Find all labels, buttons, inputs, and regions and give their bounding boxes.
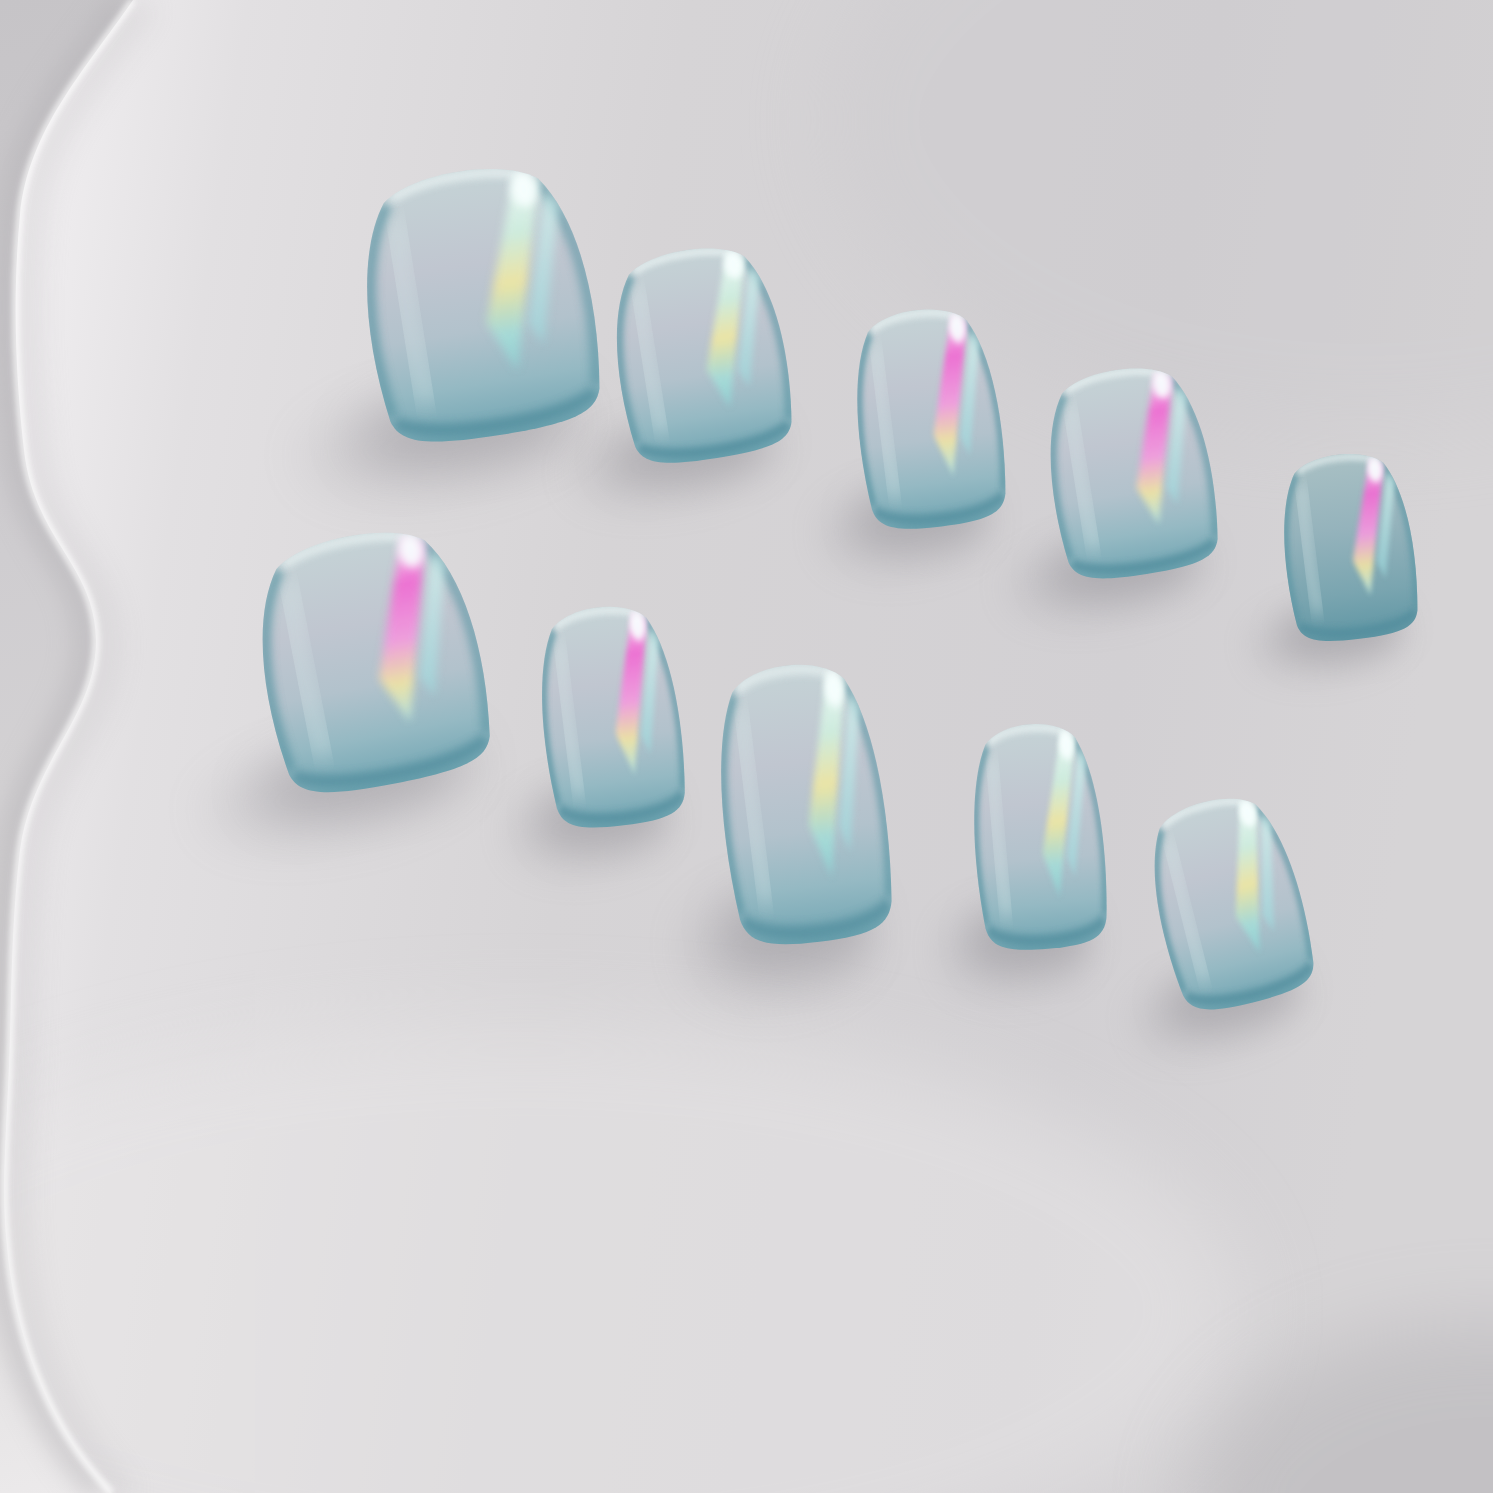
- nails-product-photo: [0, 0, 1493, 1493]
- photo-scene: [0, 0, 1493, 1493]
